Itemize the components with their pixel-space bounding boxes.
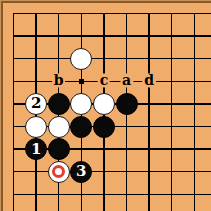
hoshi-point xyxy=(79,79,84,84)
go-diagram: bcad213 xyxy=(0,0,211,211)
circle-marker xyxy=(52,165,65,178)
grid-line-h xyxy=(13,81,211,83)
white-stone xyxy=(93,93,115,115)
grid-line-v xyxy=(194,13,196,211)
black-stone xyxy=(48,93,70,115)
go-board: bcad213 xyxy=(3,3,211,211)
grid-line-h xyxy=(13,194,211,196)
white-stone xyxy=(25,116,47,138)
black-stone-move-1: 1 xyxy=(25,138,47,160)
black-stone xyxy=(48,138,70,160)
black-stone xyxy=(70,116,92,138)
white-stone-move-2: 2 xyxy=(25,93,47,115)
grid-line-v xyxy=(148,13,150,211)
point-label-c: c xyxy=(98,74,111,88)
grid-line-v xyxy=(13,13,15,211)
grid-line-h xyxy=(13,58,211,60)
black-stone-move-3: 3 xyxy=(70,161,92,183)
white-stone-marked xyxy=(48,161,70,183)
white-stone xyxy=(70,48,92,70)
point-label-b: b xyxy=(52,74,66,88)
black-stone xyxy=(116,93,138,115)
grid-line-h xyxy=(13,13,211,15)
black-stone xyxy=(93,116,115,138)
grid-line-h xyxy=(13,171,211,173)
go-board-frame: bcad213 xyxy=(1,1,211,211)
white-stone xyxy=(70,93,92,115)
point-label-a: a xyxy=(120,74,133,88)
white-stone xyxy=(48,116,70,138)
grid-line-h xyxy=(13,35,211,37)
grid-line-v xyxy=(171,13,173,211)
point-label-d: d xyxy=(142,74,156,88)
